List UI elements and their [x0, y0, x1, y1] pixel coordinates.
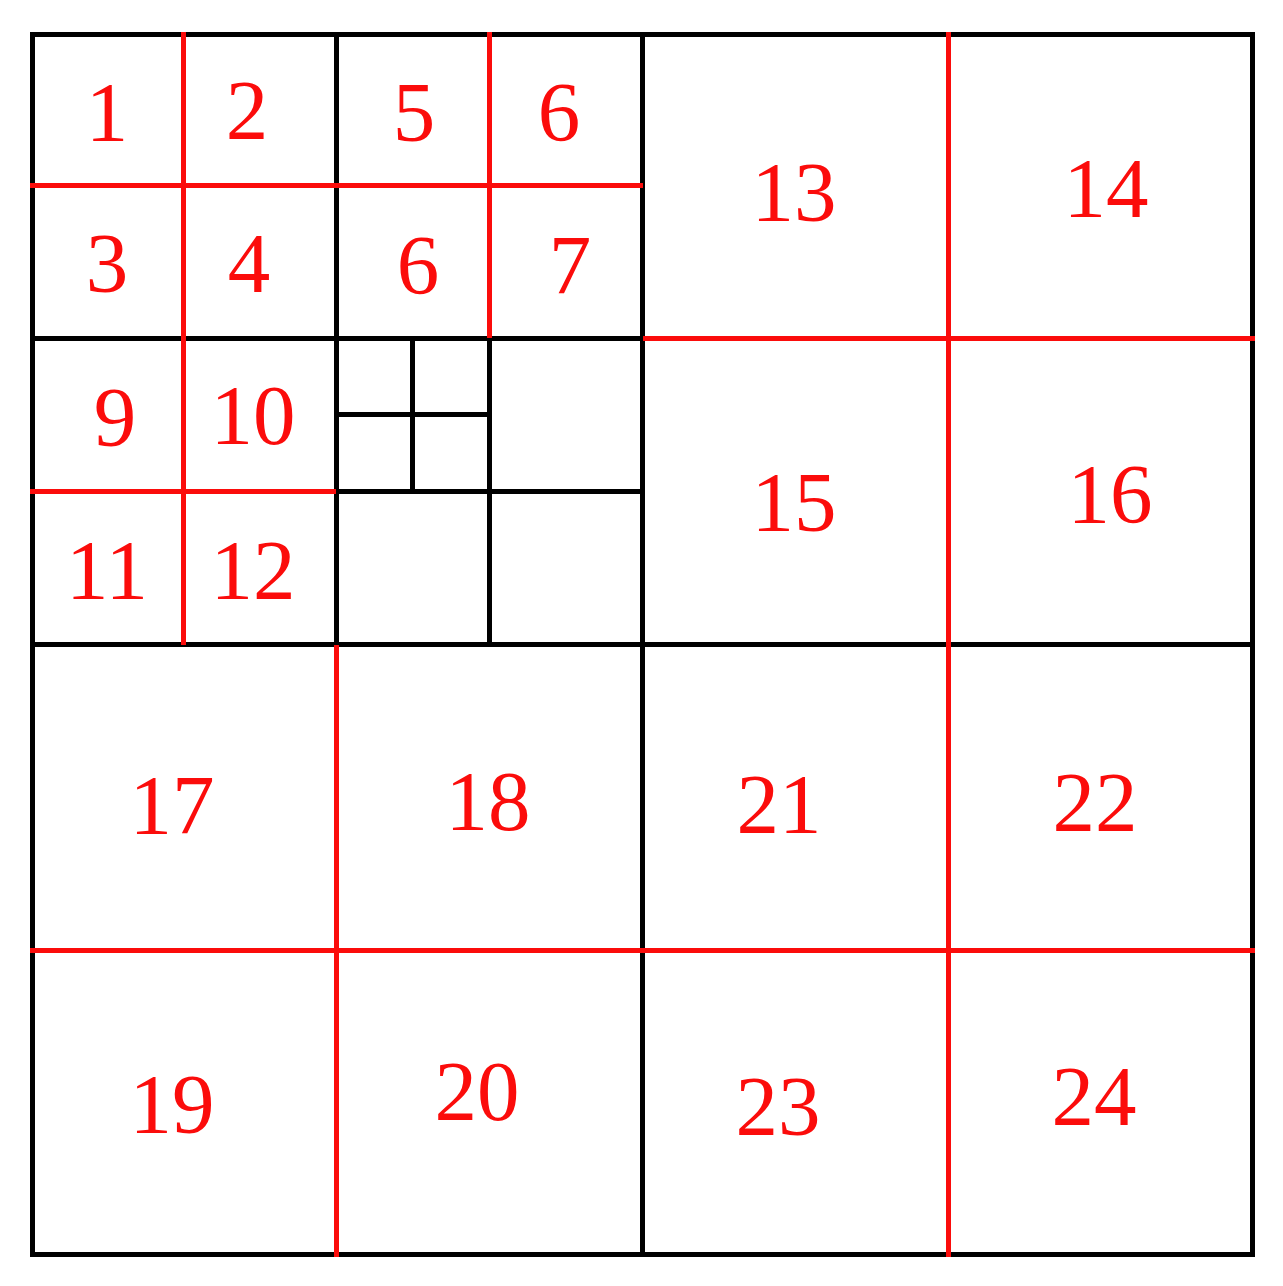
region-label: 7: [549, 223, 592, 308]
subdivision-line-red: [487, 32, 492, 338]
region-label: 18: [446, 759, 531, 844]
region-label: 15: [752, 460, 837, 545]
region-label: 23: [736, 1064, 821, 1149]
region-label: 21: [737, 762, 822, 847]
region-label: 24: [1052, 1054, 1137, 1139]
region-label: 12: [211, 528, 296, 613]
region-label: 3: [86, 221, 129, 306]
region-label: 2: [226, 68, 269, 153]
region-label: 5: [393, 70, 436, 155]
region-label: 4: [228, 221, 271, 306]
subdivision-line-red: [643, 336, 1256, 341]
region-label: 10: [211, 373, 296, 458]
region-label: 22: [1053, 760, 1138, 845]
region-label: 19: [130, 1062, 215, 1147]
subdivision-line-red: [30, 489, 336, 494]
subdivision-line-red: [181, 32, 186, 645]
region-label: 1: [86, 70, 129, 155]
subdivision-line-black: [30, 336, 643, 341]
region-label: 9: [94, 375, 137, 460]
subdivision-line-black: [336, 412, 489, 417]
subdivision-line-red: [30, 948, 1255, 953]
region-label: 6: [397, 223, 440, 308]
region-label: 20: [435, 1049, 520, 1134]
figure-canvas: 123456679101112131415161718192021222324: [0, 0, 1283, 1286]
subdivision-line-black: [336, 489, 642, 494]
region-label: 13: [752, 150, 837, 235]
region-label: 17: [130, 763, 215, 848]
subdivision-line-red: [946, 32, 951, 1257]
region-label: 14: [1064, 146, 1149, 231]
region-label: 11: [66, 528, 148, 613]
subdivision-line-black: [30, 642, 1255, 647]
region-label: 16: [1068, 452, 1153, 537]
region-label: 6: [538, 70, 581, 155]
subdivision-line-red: [30, 183, 643, 188]
